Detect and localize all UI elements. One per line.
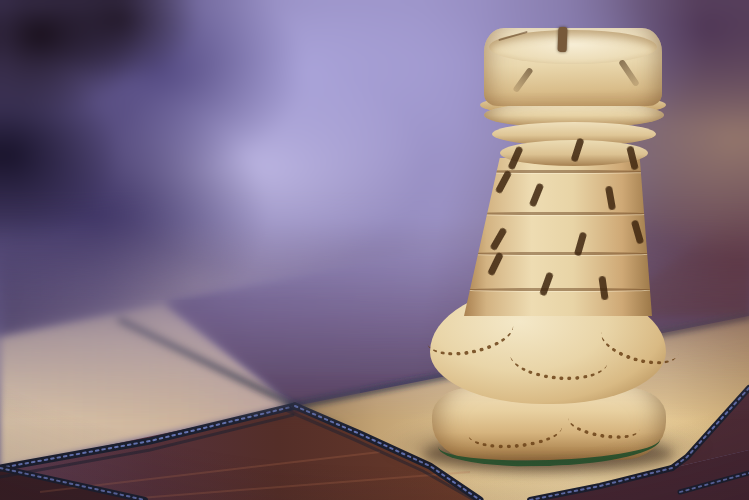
rook-groove bbox=[464, 170, 652, 173]
rook-groove bbox=[464, 212, 652, 215]
rook-crenellation-slot bbox=[558, 27, 568, 52]
rook-body bbox=[464, 158, 652, 316]
rook-groove bbox=[464, 288, 652, 291]
rook-groove bbox=[464, 252, 652, 255]
white-rook[interactable] bbox=[428, 24, 668, 470]
chessboard-photo: ♖ bbox=[0, 0, 749, 500]
